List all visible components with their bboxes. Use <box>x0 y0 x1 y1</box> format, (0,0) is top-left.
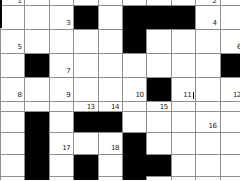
cell-r9c4[interactable] <box>98 176 122 181</box>
cell-r9c9[interactable] <box>220 176 240 181</box>
cell-r2c9[interactable]: 6 <box>220 29 240 53</box>
cell-r2c8[interactable] <box>195 29 219 53</box>
cell-r5c6[interactable]: 15 <box>146 101 170 111</box>
cell-r4c5[interactable]: 10 <box>122 77 146 101</box>
cell-r6c4-block <box>98 111 122 133</box>
clue-number-7: 7 <box>66 69 70 74</box>
cell-r3c8[interactable] <box>195 53 219 77</box>
clue-number-11: 11 <box>183 93 191 98</box>
cell-r5c4[interactable]: 14 <box>98 101 122 111</box>
cell-r9c6[interactable] <box>146 176 170 181</box>
cell-r9c5-block <box>122 176 146 181</box>
cell-r6c8[interactable]: 16 <box>195 111 219 133</box>
clue-number-18: 18 <box>111 146 119 151</box>
cell-r1c9[interactable] <box>220 5 240 29</box>
cell-r3c3[interactable] <box>73 53 97 77</box>
cell-r8c2[interactable] <box>49 154 73 176</box>
cell-r2c3[interactable] <box>73 29 97 53</box>
cell-r3c1-block <box>24 53 48 77</box>
cell-r2c5-block <box>122 29 146 53</box>
cell-r1c0[interactable] <box>0 5 24 29</box>
cell-r8c9[interactable] <box>220 154 240 176</box>
cell-r6c1-block <box>24 111 48 133</box>
cell-r7c4[interactable]: 18 <box>98 132 122 154</box>
cell-r6c7[interactable] <box>171 111 195 133</box>
cell-r6c2[interactable] <box>49 111 73 133</box>
clue-number-12: 12 <box>233 93 240 98</box>
cell-r7c1-block <box>24 132 48 154</box>
cell-r5c3[interactable]: 13 <box>73 101 97 111</box>
grid-edge-mark <box>0 0 2 28</box>
cell-r5c9[interactable] <box>220 101 240 111</box>
cell-r6c9[interactable] <box>220 111 240 133</box>
cell-r2c7[interactable] <box>171 29 195 53</box>
cell-r7c2[interactable]: 17 <box>49 132 73 154</box>
clue-number-16: 16 <box>209 124 217 129</box>
cell-r6c3-block <box>73 111 97 133</box>
cell-r3c9-block <box>220 53 240 77</box>
cell-r1c6-block <box>146 5 170 29</box>
cell-r4c1[interactable] <box>24 77 48 101</box>
cell-r1c1[interactable] <box>24 5 48 29</box>
cell-r7c3[interactable] <box>73 132 97 154</box>
clue-number-15: 15 <box>160 105 168 110</box>
cell-r3c6[interactable] <box>146 53 170 77</box>
clue-number-3: 3 <box>66 21 70 26</box>
cell-r8c0[interactable] <box>0 154 24 176</box>
cell-r4c3[interactable] <box>73 77 97 101</box>
cell-r4c2[interactable]: 9 <box>49 77 73 101</box>
cell-r8c5-block <box>122 154 146 176</box>
clue-number-2: 2 <box>213 0 217 4</box>
cell-r8c8[interactable] <box>195 154 219 176</box>
cell-r2c6[interactable] <box>146 29 170 53</box>
cell-r5c2[interactable] <box>49 101 73 111</box>
cell-r5c7[interactable] <box>171 101 195 111</box>
cell-r4c0[interactable]: 8 <box>0 77 24 101</box>
cell-r3c7[interactable] <box>171 53 195 77</box>
cell-r6c5[interactable] <box>122 111 146 133</box>
cell-r8c4[interactable] <box>98 154 122 176</box>
cell-r9c0[interactable] <box>0 176 24 181</box>
cell-r7c6[interactable] <box>146 132 170 154</box>
clue-number-13: 13 <box>87 105 95 110</box>
cell-r2c1[interactable] <box>24 29 48 53</box>
cell-r3c5[interactable] <box>122 53 146 77</box>
clue-number-1: 1 <box>17 0 21 4</box>
cell-r3c0[interactable] <box>0 53 24 77</box>
cell-r5c1[interactable] <box>24 101 48 111</box>
cell-r9c1-block <box>24 176 48 181</box>
cell-r1c8[interactable]: 4 <box>195 5 219 29</box>
cell-r8c7[interactable] <box>171 154 195 176</box>
cell-r1c3-block <box>73 5 97 29</box>
cell-r1c2[interactable]: 3 <box>49 5 73 29</box>
cell-r5c8[interactable] <box>195 101 219 111</box>
cell-r3c4[interactable] <box>98 53 122 77</box>
cell-r4c7[interactable]: 11 <box>171 77 195 101</box>
cell-r5c0[interactable] <box>0 101 24 111</box>
crossword-grid: 123456789101112131415161718 <box>0 0 240 180</box>
cell-r1c5-block <box>122 5 146 29</box>
clue-number-5: 5 <box>17 45 21 50</box>
cell-r9c3-block <box>73 176 97 181</box>
cell-r4c6-block <box>146 77 170 101</box>
cell-r4c4[interactable] <box>98 77 122 101</box>
clue-number-17: 17 <box>62 146 70 151</box>
cell-r9c8[interactable] <box>195 176 219 181</box>
cell-r3c2[interactable]: 7 <box>49 53 73 77</box>
cell-r8c3-block <box>73 154 97 176</box>
cell-r9c7[interactable] <box>171 176 195 181</box>
cell-r7c0[interactable] <box>0 132 24 154</box>
cell-r9c2[interactable] <box>49 176 73 181</box>
cell-r2c2[interactable] <box>49 29 73 53</box>
clue-number-10: 10 <box>135 93 143 98</box>
cell-r5c5[interactable] <box>122 101 146 111</box>
cell-r6c6[interactable] <box>146 111 170 133</box>
cell-r7c9[interactable] <box>220 132 240 154</box>
cell-r2c4[interactable] <box>98 29 122 53</box>
clue-number-9: 9 <box>66 93 70 98</box>
clue-number-14: 14 <box>111 105 119 110</box>
cell-r7c5-block <box>122 132 146 154</box>
cell-r1c4[interactable] <box>98 5 122 29</box>
clue-number-8: 8 <box>17 93 21 98</box>
cell-r4c8[interactable] <box>195 77 219 101</box>
cell-r7c7[interactable] <box>171 132 195 154</box>
cell-r1c7-block <box>171 5 195 29</box>
cell-r2c0[interactable]: 5 <box>0 29 24 53</box>
cell-r6c0[interactable] <box>0 111 24 133</box>
cell-r7c8[interactable] <box>195 132 219 154</box>
clue-number-4: 4 <box>213 21 217 26</box>
cell-r8c1-block <box>24 154 48 176</box>
cell-r8c6-block <box>146 154 170 176</box>
text-cursor <box>193 92 194 99</box>
clue-number-6: 6 <box>237 45 240 50</box>
crossword-screenshot: 123456789101112131415161718 <box>0 0 240 180</box>
cell-r4c9[interactable]: 12 <box>220 77 240 101</box>
